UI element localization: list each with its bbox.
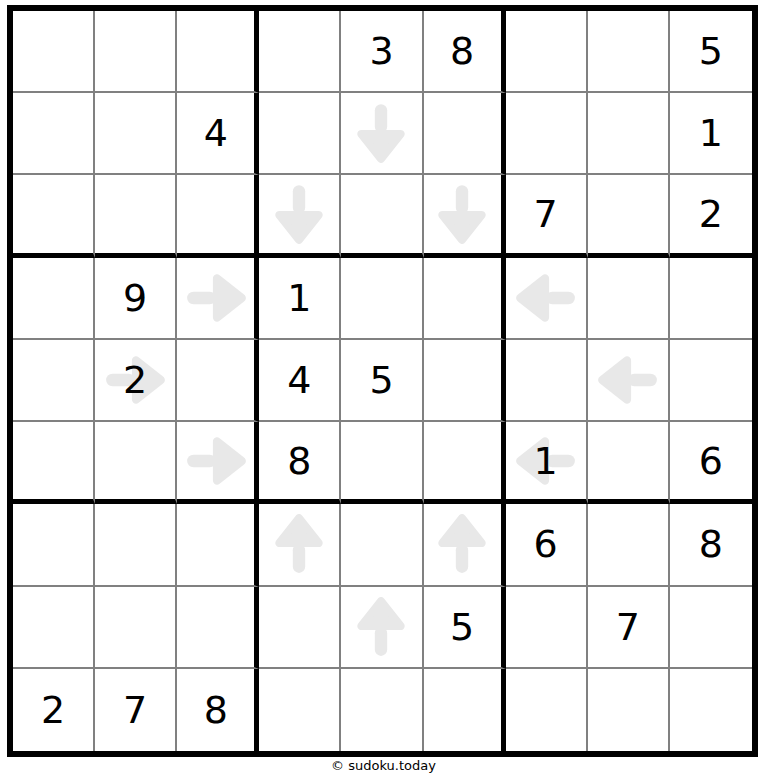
given-digit: 2 <box>699 195 723 233</box>
given-digit: 2 <box>123 361 147 399</box>
cell-r2c4[interactable] <box>259 93 341 175</box>
cell-r2c2[interactable] <box>95 93 177 175</box>
cell-r4c8[interactable] <box>588 258 670 340</box>
cell-r8c9[interactable] <box>670 587 752 669</box>
arrow-down-icon <box>266 181 332 247</box>
cell-r2c6[interactable] <box>424 93 506 175</box>
arrow-up-icon <box>266 511 332 577</box>
cell-r3c5[interactable] <box>341 175 423 257</box>
cell-r7c4[interactable] <box>259 504 341 586</box>
cell-r6c8[interactable] <box>588 422 670 504</box>
cell-r1c8[interactable] <box>588 11 670 93</box>
given-digit: 1 <box>699 114 723 152</box>
cell-r7c2[interactable] <box>95 504 177 586</box>
cell-r4c2[interactable]: 9 <box>95 258 177 340</box>
cell-r6c4[interactable]: 8 <box>259 422 341 504</box>
given-digit: 8 <box>450 32 474 70</box>
arrow-up-icon <box>348 594 414 660</box>
cell-r8c2[interactable] <box>95 587 177 669</box>
cell-r1c9[interactable]: 5 <box>670 11 752 93</box>
cell-r7c6[interactable] <box>424 504 506 586</box>
cell-r7c1[interactable] <box>13 504 95 586</box>
cell-r6c2[interactable] <box>95 422 177 504</box>
cell-r7c9[interactable]: 8 <box>670 504 752 586</box>
cell-r6c6[interactable] <box>424 422 506 504</box>
cell-r2c8[interactable] <box>588 93 670 175</box>
given-digit: 1 <box>534 442 558 480</box>
arrow-left-icon <box>513 265 579 331</box>
given-digit: 2 <box>41 691 65 729</box>
cell-r5c5[interactable]: 5 <box>341 340 423 422</box>
given-digit: 5 <box>369 361 393 399</box>
cell-r4c3[interactable] <box>177 258 259 340</box>
cell-r1c2[interactable] <box>95 11 177 93</box>
cell-r4c1[interactable] <box>13 258 95 340</box>
cell-r6c5[interactable] <box>341 422 423 504</box>
cell-r3c6[interactable] <box>424 175 506 257</box>
given-digit: 9 <box>123 279 147 317</box>
cell-r8c8[interactable]: 7 <box>588 587 670 669</box>
cell-r3c4[interactable] <box>259 175 341 257</box>
cell-r1c3[interactable] <box>177 11 259 93</box>
arrow-down-icon <box>429 181 495 247</box>
given-digit: 4 <box>287 361 311 399</box>
arrow-down-icon <box>348 100 414 166</box>
given-digit: 5 <box>450 608 474 646</box>
cell-r2c5[interactable] <box>341 93 423 175</box>
cell-r7c5[interactable] <box>341 504 423 586</box>
copyright-text: © sudoku.today <box>0 758 767 773</box>
cell-r6c1[interactable] <box>13 422 95 504</box>
cell-r1c6[interactable]: 8 <box>424 11 506 93</box>
cell-r3c9[interactable]: 2 <box>670 175 752 257</box>
cell-r3c2[interactable] <box>95 175 177 257</box>
arrow-right-icon <box>183 428 249 494</box>
cell-r2c1[interactable] <box>13 93 95 175</box>
cell-r6c7[interactable]: 1 <box>506 422 588 504</box>
cell-r7c7[interactable]: 6 <box>506 504 588 586</box>
cell-r8c7[interactable] <box>506 587 588 669</box>
cell-r9c3[interactable]: 8 <box>177 669 259 751</box>
sudoku-board: 3854172912458166857278 <box>7 5 758 757</box>
cell-r1c4[interactable] <box>259 11 341 93</box>
given-digit: 7 <box>534 195 558 233</box>
given-digit: 5 <box>699 32 723 70</box>
cell-r4c4[interactable]: 1 <box>259 258 341 340</box>
cell-r8c4[interactable] <box>259 587 341 669</box>
cell-r5c8[interactable] <box>588 340 670 422</box>
cell-r3c8[interactable] <box>588 175 670 257</box>
given-digit: 3 <box>369 32 393 70</box>
cell-r9c7[interactable] <box>506 669 588 751</box>
cell-r8c3[interactable] <box>177 587 259 669</box>
cell-r1c1[interactable] <box>13 11 95 93</box>
cell-r3c3[interactable] <box>177 175 259 257</box>
cell-r4c7[interactable] <box>506 258 588 340</box>
cell-r5c2[interactable]: 2 <box>95 340 177 422</box>
given-digit: 8 <box>699 525 723 563</box>
cell-r9c8[interactable] <box>588 669 670 751</box>
cell-r1c7[interactable] <box>506 11 588 93</box>
cell-r5c4[interactable]: 4 <box>259 340 341 422</box>
cell-r4c6[interactable] <box>424 258 506 340</box>
cell-r5c9[interactable] <box>670 340 752 422</box>
arrow-up-icon <box>429 511 495 577</box>
cell-r1c5[interactable]: 3 <box>341 11 423 93</box>
cell-r4c5[interactable] <box>341 258 423 340</box>
cell-r8c5[interactable] <box>341 587 423 669</box>
cell-r5c3[interactable] <box>177 340 259 422</box>
cell-r2c7[interactable] <box>506 93 588 175</box>
cell-r4c9[interactable] <box>670 258 752 340</box>
cell-r6c9[interactable]: 6 <box>670 422 752 504</box>
given-digit: 8 <box>204 691 228 729</box>
cell-r8c1[interactable] <box>13 587 95 669</box>
cell-r9c2[interactable]: 7 <box>95 669 177 751</box>
given-digit: 6 <box>699 442 723 480</box>
cell-r5c6[interactable] <box>424 340 506 422</box>
cell-r9c4[interactable] <box>259 669 341 751</box>
given-digit: 1 <box>287 279 311 317</box>
arrow-right-icon <box>183 265 249 331</box>
cell-r7c3[interactable] <box>177 504 259 586</box>
cell-r9c9[interactable] <box>670 669 752 751</box>
arrow-left-icon <box>595 347 661 413</box>
cell-r7c8[interactable] <box>588 504 670 586</box>
cell-r5c1[interactable] <box>13 340 95 422</box>
cell-r2c3[interactable]: 4 <box>177 93 259 175</box>
cell-r8c6[interactable]: 5 <box>424 587 506 669</box>
given-digit: 6 <box>534 525 558 563</box>
cell-r2c9[interactable]: 1 <box>670 93 752 175</box>
given-digit: 7 <box>616 608 640 646</box>
given-digit: 8 <box>287 442 311 480</box>
cell-r3c7[interactable]: 7 <box>506 175 588 257</box>
cell-r6c3[interactable] <box>177 422 259 504</box>
cell-r9c6[interactable] <box>424 669 506 751</box>
cell-r5c7[interactable] <box>506 340 588 422</box>
given-digit: 4 <box>204 114 228 152</box>
cell-r9c1[interactable]: 2 <box>13 669 95 751</box>
cell-r9c5[interactable] <box>341 669 423 751</box>
cell-r3c1[interactable] <box>13 175 95 257</box>
given-digit: 7 <box>123 691 147 729</box>
